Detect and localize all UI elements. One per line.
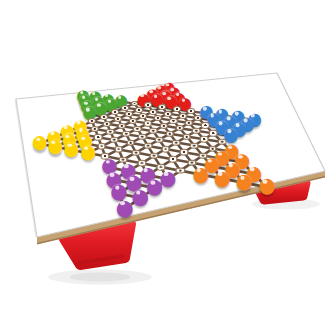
hole-opening xyxy=(185,120,193,126)
hole-opening xyxy=(175,125,183,131)
hole-opening xyxy=(179,149,188,156)
hole-opening xyxy=(192,128,201,134)
hole-opening xyxy=(172,139,181,145)
hole-opening xyxy=(126,140,135,146)
hole-opening xyxy=(138,134,147,140)
hole-opening xyxy=(176,167,185,174)
hole-opening xyxy=(149,153,158,160)
hole-opening xyxy=(114,116,122,122)
hole-opening xyxy=(182,133,191,139)
product-photo: ●●●●●●●●●●●●●●●●●●●●●●●●●●●●●●●●●●●●●●●●… xyxy=(0,0,333,333)
hole-opening xyxy=(166,131,175,137)
peg-ball-purple: ● xyxy=(132,186,150,207)
hole-opening xyxy=(122,131,131,137)
hole-opening xyxy=(121,105,129,111)
hole-opening xyxy=(135,107,143,113)
board-cells: ●●●●●●●●●●●●●●●●●●●●●●●●●●●●●●●●●●●●●●●●… xyxy=(0,0,333,333)
peg-ball-yellow: ● xyxy=(32,133,47,152)
hole-opening xyxy=(133,126,141,132)
peg-ball-orange: ● xyxy=(258,176,275,197)
hole-opening xyxy=(169,118,177,124)
hole-opening xyxy=(154,115,162,121)
hole-opening xyxy=(200,136,209,142)
hole-opening xyxy=(100,114,108,120)
peg-ball-yellow: ● xyxy=(80,142,96,161)
hole-opening xyxy=(187,108,195,114)
game-board: ●●●●●●●●●●●●●●●●●●●●●●●●●●●●●●●●●●●●●●●●… xyxy=(0,0,333,333)
peg-ball-orange: ● xyxy=(214,167,231,187)
hole-opening xyxy=(129,118,137,124)
hole-opening xyxy=(149,128,158,134)
hole-opening xyxy=(111,109,119,115)
hole-opening xyxy=(155,136,164,142)
hole-opening xyxy=(179,113,187,119)
hole-opening xyxy=(97,143,106,150)
peg-ball-yellow: ● xyxy=(47,136,63,155)
hole-opening xyxy=(114,146,123,153)
hole-opening xyxy=(173,106,181,112)
hole-opening xyxy=(160,123,168,129)
hole-opening xyxy=(143,143,152,150)
peg-ball-orange: ● xyxy=(236,171,253,192)
hole-opening xyxy=(163,111,171,117)
hole-opening xyxy=(103,121,111,127)
peg-ball-yellow: ● xyxy=(64,139,80,158)
hole-opening xyxy=(118,123,126,129)
peg-ball-purple: ● xyxy=(116,197,134,219)
peg-ball-orange: ● xyxy=(192,163,209,183)
hole-opening xyxy=(168,156,177,163)
hole-opening xyxy=(144,120,152,126)
hole-opening xyxy=(190,142,199,149)
hole-opening xyxy=(110,137,119,143)
hole-opening xyxy=(161,146,170,153)
hole-opening xyxy=(125,111,133,117)
hole-opening xyxy=(144,102,152,108)
hole-opening xyxy=(158,104,166,110)
hole-opening xyxy=(149,109,157,115)
hole-opening xyxy=(209,130,218,136)
hole-opening xyxy=(131,149,140,156)
hole-opening xyxy=(131,101,139,107)
hole-opening xyxy=(106,128,115,134)
hole-opening xyxy=(139,113,147,119)
